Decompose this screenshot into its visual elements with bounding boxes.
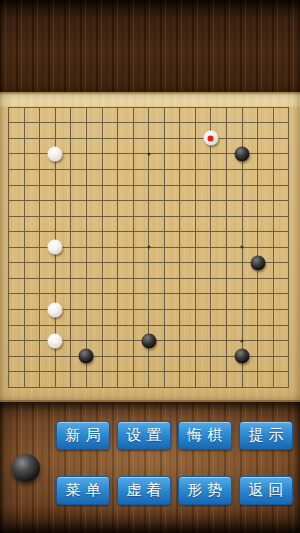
- grid-line: [8, 325, 289, 326]
- grid-line: [164, 107, 165, 388]
- grid-line: [8, 387, 289, 388]
- back-button[interactable]: 返回: [239, 476, 293, 505]
- grid-line: [257, 107, 258, 388]
- grid-line: [226, 107, 227, 388]
- grid-line: [8, 371, 289, 372]
- grid-line: [179, 107, 180, 388]
- button-row-1: 新局 设置 悔棋 提示: [56, 421, 293, 450]
- stone-black-Q3: [235, 349, 250, 364]
- go-board[interactable]: [0, 92, 300, 402]
- stone-white-D10: [48, 240, 63, 255]
- undo-button[interactable]: 悔棋: [178, 421, 232, 450]
- stone-black-R9: [250, 255, 265, 270]
- grid-line: [273, 107, 274, 388]
- stone-white-D4: [48, 333, 63, 348]
- button-row-2: 菜单 虚着 形势 返回: [56, 476, 293, 505]
- star-point: [147, 246, 150, 249]
- screen: 新局 设置 悔棋 提示 菜单 虚着 形势 返回: [0, 0, 300, 533]
- menu-button[interactable]: 菜单: [56, 476, 110, 505]
- pass-button[interactable]: 虚着: [117, 476, 171, 505]
- grid-line: [8, 278, 289, 279]
- estimate-button[interactable]: 形势: [178, 476, 232, 505]
- grid-line: [288, 107, 289, 388]
- new-game-button[interactable]: 新局: [56, 421, 110, 450]
- grid-line: [8, 262, 289, 263]
- star-point: [241, 339, 244, 342]
- grid-line: [210, 107, 211, 388]
- stone-white-D16: [48, 146, 63, 161]
- star-point: [147, 152, 150, 155]
- stone-white-O17: [203, 131, 218, 146]
- grid-line: [8, 293, 289, 294]
- stone-black-K4: [141, 333, 156, 348]
- wood-background-top: [0, 0, 300, 92]
- stone-black-F3: [79, 349, 94, 364]
- stone-black-Q16: [235, 146, 250, 161]
- grid-line: [195, 107, 196, 388]
- settings-button[interactable]: 设置: [117, 421, 171, 450]
- stone-white-D6: [48, 302, 63, 317]
- hint-button[interactable]: 提示: [239, 421, 293, 450]
- last-move-marker: [208, 135, 214, 141]
- turn-indicator-black-stone: [12, 454, 40, 482]
- star-point: [241, 246, 244, 249]
